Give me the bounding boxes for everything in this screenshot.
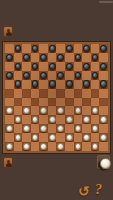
board-cell[interactable]: [82, 133, 91, 142]
board-cell[interactable]: [22, 89, 31, 98]
board-cell: [48, 142, 57, 151]
checker-piece-black[interactable]: [49, 80, 56, 87]
checker-piece-white[interactable]: [83, 116, 90, 123]
board-cell: [99, 142, 108, 151]
turn-indicator: [97, 155, 110, 169]
board-cell[interactable]: [5, 89, 14, 98]
checker-piece-white[interactable]: [23, 143, 30, 150]
person-icon-body: [6, 163, 12, 167]
board-cell[interactable]: [31, 62, 40, 71]
board-cell[interactable]: [48, 44, 57, 53]
board-cell[interactable]: [31, 98, 40, 107]
board-cell[interactable]: [56, 106, 65, 115]
checker-piece-black[interactable]: [75, 72, 82, 79]
watermark-smudge: [99, 1, 113, 3]
board-cell[interactable]: [39, 71, 48, 80]
board-cell: [56, 44, 65, 53]
board-cell: [48, 124, 57, 133]
checker-piece-white[interactable]: [15, 116, 22, 123]
board-cell: [39, 115, 48, 124]
board-cell: [99, 124, 108, 133]
board-cell: [65, 53, 74, 62]
board-cell[interactable]: [99, 44, 108, 53]
board-cell[interactable]: [22, 71, 31, 80]
checker-piece-black[interactable]: [100, 63, 107, 70]
board-cell[interactable]: [56, 53, 65, 62]
board-cell[interactable]: [39, 142, 48, 151]
board-cell[interactable]: [82, 80, 91, 89]
checker-piece-black[interactable]: [32, 45, 39, 52]
board-cell: [65, 106, 74, 115]
checker-piece-white[interactable]: [6, 143, 13, 150]
board-cell: [39, 133, 48, 142]
board-cell[interactable]: [22, 106, 31, 115]
board-cell: [31, 106, 40, 115]
board-cell[interactable]: [31, 115, 40, 124]
player-bottom-avatar-button[interactable]: [3, 157, 13, 168]
checker-piece-black[interactable]: [92, 72, 99, 79]
checker-piece-white[interactable]: [23, 125, 30, 132]
board-cell[interactable]: [65, 115, 74, 124]
board-cell: [82, 53, 91, 62]
board-cell[interactable]: [56, 142, 65, 151]
board-cell: [74, 62, 83, 71]
checker-piece-white[interactable]: [83, 134, 90, 141]
board-cell: [65, 71, 74, 80]
board-cell[interactable]: [74, 142, 83, 151]
undo-button[interactable]: ↺: [78, 184, 90, 198]
board-cell: [14, 106, 23, 115]
board-cell[interactable]: [74, 124, 83, 133]
checker-piece-white[interactable]: [6, 125, 13, 132]
board-cell[interactable]: [91, 124, 100, 133]
checker-piece-white[interactable]: [75, 107, 82, 114]
board-cell: [91, 133, 100, 142]
board-cell[interactable]: [82, 44, 91, 53]
board-cell[interactable]: [82, 115, 91, 124]
board-cell[interactable]: [74, 71, 83, 80]
checker-piece-black[interactable]: [66, 80, 73, 87]
board-cell[interactable]: [39, 124, 48, 133]
board-cell[interactable]: [82, 98, 91, 107]
board-cell: [74, 80, 83, 89]
checker-piece-white[interactable]: [23, 107, 30, 114]
board-cell[interactable]: [39, 89, 48, 98]
board-cell: [99, 89, 108, 98]
checker-piece-white[interactable]: [92, 125, 99, 132]
board-cell[interactable]: [56, 124, 65, 133]
board-cell: [65, 124, 74, 133]
checker-piece-black[interactable]: [6, 72, 13, 79]
checker-piece-black[interactable]: [40, 54, 47, 61]
board-cell: [56, 80, 65, 89]
checker-piece-white[interactable]: [32, 116, 39, 123]
board-cell: [65, 142, 74, 151]
white-checker-icon: [100, 158, 111, 169]
board-cell: [99, 71, 108, 80]
board-cell[interactable]: [5, 124, 14, 133]
person-icon-body: [6, 32, 12, 36]
board-cell[interactable]: [91, 71, 100, 80]
board-cell[interactable]: [14, 98, 23, 107]
board-cell: [39, 44, 48, 53]
board-cell: [74, 115, 83, 124]
board-cell: [48, 71, 57, 80]
board-cell[interactable]: [99, 62, 108, 71]
board-cell: [48, 89, 57, 98]
board-cell: [39, 80, 48, 89]
board-cell[interactable]: [14, 80, 23, 89]
board-cell[interactable]: [91, 106, 100, 115]
checker-piece-black[interactable]: [100, 45, 107, 52]
checker-piece-black[interactable]: [83, 80, 90, 87]
board-cell[interactable]: [65, 44, 74, 53]
board-cell[interactable]: [99, 133, 108, 142]
board-cell[interactable]: [5, 53, 14, 62]
board-cell: [82, 124, 91, 133]
checkers-app-screen: ↺ ?: [0, 0, 113, 200]
player-top-avatar-button[interactable]: [3, 26, 13, 37]
board-cell: [14, 89, 23, 98]
checker-piece-black[interactable]: [75, 54, 82, 61]
board-cell[interactable]: [22, 124, 31, 133]
checker-piece-white[interactable]: [66, 134, 73, 141]
board-cell: [22, 80, 31, 89]
board-cell: [31, 71, 40, 80]
checker-piece-black[interactable]: [15, 45, 22, 52]
board-cell[interactable]: [48, 80, 57, 89]
board-cell: [5, 80, 14, 89]
board-cell: [91, 115, 100, 124]
board-cell: [82, 89, 91, 98]
checker-piece-black[interactable]: [15, 80, 22, 87]
board-cell: [31, 89, 40, 98]
board-cell: [31, 53, 40, 62]
board-cell[interactable]: [91, 89, 100, 98]
board-cell[interactable]: [99, 115, 108, 124]
board-cell: [39, 98, 48, 107]
checker-piece-black[interactable]: [15, 63, 22, 70]
board-cell: [22, 62, 31, 71]
board-cell[interactable]: [22, 142, 31, 151]
board-cell[interactable]: [48, 133, 57, 142]
board-cell[interactable]: [56, 71, 65, 80]
checker-piece-black[interactable]: [6, 54, 13, 61]
checker-piece-white[interactable]: [57, 143, 64, 150]
checker-piece-black[interactable]: [49, 45, 56, 52]
board-cell: [99, 53, 108, 62]
board-cell: [14, 53, 23, 62]
board-cell[interactable]: [22, 53, 31, 62]
checker-piece-white[interactable]: [6, 107, 13, 114]
board-cell: [5, 98, 14, 107]
board-cell: [82, 106, 91, 115]
checker-piece-black[interactable]: [92, 54, 99, 61]
board-cell[interactable]: [74, 53, 83, 62]
checker-piece-white[interactable]: [75, 143, 82, 150]
board-cell[interactable]: [14, 133, 23, 142]
board-cell[interactable]: [65, 80, 74, 89]
checker-piece-white[interactable]: [75, 125, 82, 132]
board-cell[interactable]: [91, 53, 100, 62]
checker-piece-white[interactable]: [40, 107, 47, 114]
board-cell: [74, 44, 83, 53]
checker-piece-black[interactable]: [57, 72, 64, 79]
board-cell: [91, 98, 100, 107]
board-cell: [22, 44, 31, 53]
checker-piece-black[interactable]: [23, 72, 30, 79]
board-cell: [91, 44, 100, 53]
checker-piece-black[interactable]: [83, 45, 90, 52]
checker-piece-white[interactable]: [49, 116, 56, 123]
checker-piece-black[interactable]: [32, 80, 39, 87]
checker-piece-white[interactable]: [32, 134, 39, 141]
board-cell[interactable]: [65, 133, 74, 142]
board-cell: [31, 124, 40, 133]
checker-piece-black[interactable]: [32, 63, 39, 70]
help-button[interactable]: ?: [95, 183, 102, 197]
board-cell[interactable]: [14, 62, 23, 71]
checker-piece-white[interactable]: [40, 125, 47, 132]
checker-piece-white[interactable]: [49, 134, 56, 141]
checker-piece-white[interactable]: [92, 107, 99, 114]
board-cell[interactable]: [48, 115, 57, 124]
board-cell[interactable]: [31, 80, 40, 89]
board-cell[interactable]: [31, 44, 40, 53]
board-cell: [5, 44, 14, 53]
board-cell: [82, 71, 91, 80]
board-cell[interactable]: [5, 142, 14, 151]
board-cell: [91, 62, 100, 71]
checker-piece-white[interactable]: [57, 125, 64, 132]
checker-piece-black[interactable]: [57, 54, 64, 61]
board-cell[interactable]: [48, 98, 57, 107]
checker-piece-black[interactable]: [66, 63, 73, 70]
checker-piece-black[interactable]: [100, 80, 107, 87]
checker-piece-white[interactable]: [100, 116, 107, 123]
checker-piece-white[interactable]: [57, 107, 64, 114]
board-cell[interactable]: [14, 44, 23, 53]
checkers-board: [3, 42, 110, 153]
board-cell: [82, 142, 91, 151]
board-cell: [91, 80, 100, 89]
board-cell: [14, 71, 23, 80]
board-cell: [39, 62, 48, 71]
board-cell[interactable]: [65, 98, 74, 107]
board-cell[interactable]: [56, 89, 65, 98]
board-cell[interactable]: [99, 98, 108, 107]
board-cell[interactable]: [39, 53, 48, 62]
board-cell[interactable]: [82, 62, 91, 71]
checker-piece-white[interactable]: [40, 143, 47, 150]
checker-piece-black[interactable]: [83, 63, 90, 70]
checker-piece-white[interactable]: [92, 143, 99, 150]
board-cell[interactable]: [39, 106, 48, 115]
board-cell: [22, 133, 31, 142]
checker-piece-black[interactable]: [23, 54, 30, 61]
board-cell: [65, 89, 74, 98]
checker-piece-white[interactable]: [100, 134, 107, 141]
board-cell[interactable]: [31, 133, 40, 142]
board-cell: [22, 115, 31, 124]
board-cell: [74, 98, 83, 107]
checker-piece-black[interactable]: [66, 45, 73, 52]
board-cell: [31, 142, 40, 151]
checker-piece-black[interactable]: [40, 72, 47, 79]
board-cell: [14, 142, 23, 151]
board-cell[interactable]: [5, 71, 14, 80]
checker-piece-black[interactable]: [49, 63, 56, 70]
board-cell: [5, 115, 14, 124]
board-cell: [56, 115, 65, 124]
board-cell[interactable]: [65, 62, 74, 71]
board-cell: [56, 98, 65, 107]
board-cell[interactable]: [74, 106, 83, 115]
board-cell: [56, 62, 65, 71]
board-cell: [48, 53, 57, 62]
board-cell: [56, 133, 65, 142]
board-cell[interactable]: [48, 62, 57, 71]
board-cell: [99, 106, 108, 115]
board-cell: [22, 98, 31, 107]
board-cell: [74, 133, 83, 142]
checker-piece-white[interactable]: [15, 134, 22, 141]
board-cell: [5, 133, 14, 142]
board-cell[interactable]: [5, 106, 14, 115]
board-cell[interactable]: [91, 142, 100, 151]
board-cell[interactable]: [14, 115, 23, 124]
board-cell[interactable]: [74, 89, 83, 98]
board-grid: [5, 44, 108, 151]
board-cell: [48, 106, 57, 115]
board-cell: [14, 124, 23, 133]
checker-piece-white[interactable]: [66, 116, 73, 123]
board-cell: [5, 62, 14, 71]
board-cell[interactable]: [99, 80, 108, 89]
